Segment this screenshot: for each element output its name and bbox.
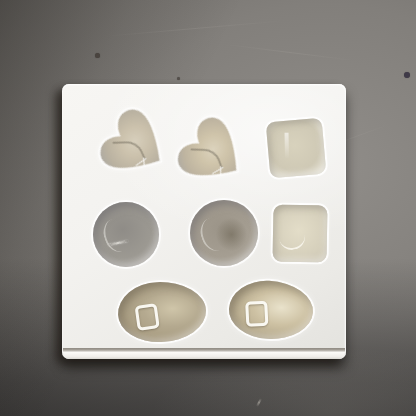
photo-of-silicone-mold	[0, 0, 416, 416]
dust-speck	[177, 77, 180, 80]
dust-speck	[95, 53, 100, 58]
cavity-square-top-right	[266, 118, 327, 179]
mold-base-edge	[63, 348, 345, 359]
cavity-circle-mid-left	[93, 202, 159, 267]
surface-scratch	[225, 44, 354, 61]
heart-cavity-shape	[157, 98, 264, 206]
cavity-oval-bottom-center	[228, 279, 315, 341]
curve-highlight	[277, 222, 307, 252]
surface-scratch	[105, 20, 284, 37]
cavity-square-mid-right	[273, 204, 328, 262]
streak-highlight	[284, 133, 288, 159]
cavity-circle-mid-center	[190, 200, 258, 266]
mold-cavities	[62, 84, 346, 348]
cavity-heart-top-center	[157, 98, 264, 206]
surface-streak-mark	[256, 398, 262, 407]
dust-speck	[404, 72, 410, 78]
ring-highlight	[134, 303, 159, 331]
silicone-mold	[62, 84, 346, 359]
ring-highlight	[245, 301, 268, 327]
arc-highlight	[99, 215, 135, 256]
cavity-oval-bottom-left	[117, 280, 207, 343]
